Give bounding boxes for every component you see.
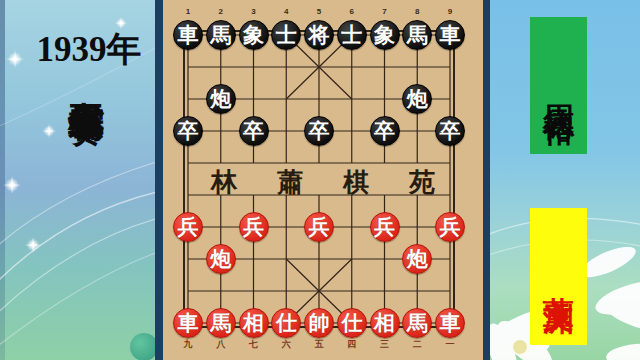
red-piece-炮-7-1[interactable]: 炮 (206, 244, 236, 274)
board-point (434, 147, 467, 179)
board-point (368, 275, 401, 307)
board-point (270, 243, 303, 275)
piece-grid: 車馬象士将士象馬車炮炮卒卒卒卒卒兵兵兵兵兵炮炮車馬相仕帥仕相馬車 (172, 19, 467, 339)
board-point: 帥 (303, 307, 336, 339)
board-point (237, 275, 270, 307)
board-point: 馬 (204, 19, 237, 51)
event-name-title: 七省棋王争霸赛 (68, 72, 104, 334)
board-point (368, 83, 401, 115)
board-point: 兵 (303, 211, 336, 243)
file-label: 六 (270, 340, 303, 349)
board-point: 卒 (434, 115, 467, 147)
board-point: 卒 (237, 115, 270, 147)
board-point: 馬 (401, 19, 434, 51)
board-point (335, 243, 368, 275)
board-point: 象 (368, 19, 401, 51)
black-piece-卒-3-6[interactable]: 卒 (370, 116, 400, 146)
red-piece-馬-9-7[interactable]: 馬 (402, 308, 432, 338)
board-point: 馬 (204, 307, 237, 339)
file-label: 7 (368, 8, 401, 16)
file-label: 8 (401, 8, 434, 16)
board-point (204, 275, 237, 307)
board-point (172, 51, 205, 83)
file-label: 一 (434, 340, 467, 349)
black-piece-卒-3-2[interactable]: 卒 (239, 116, 269, 146)
board-point (303, 51, 336, 83)
board-point (204, 51, 237, 83)
board-point (401, 211, 434, 243)
board-point (303, 275, 336, 307)
black-piece-馬-0-1[interactable]: 馬 (206, 20, 236, 50)
black-piece-将-0-4[interactable]: 将 (304, 20, 334, 50)
black-piece-炮-2-1[interactable]: 炮 (206, 84, 236, 114)
event-year-title: 1939年 (26, 26, 152, 73)
board-point: 兵 (237, 211, 270, 243)
file-label: 2 (204, 8, 237, 16)
board-point (401, 179, 434, 211)
red-piece-仕-9-5[interactable]: 仕 (337, 308, 367, 338)
red-piece-相-9-6[interactable]: 相 (370, 308, 400, 338)
board-point (401, 115, 434, 147)
board-point (434, 51, 467, 83)
board-point (172, 147, 205, 179)
board-point: 卒 (368, 115, 401, 147)
board-point (303, 83, 336, 115)
black-piece-車-0-8[interactable]: 車 (435, 20, 465, 50)
black-piece-士-0-3[interactable]: 士 (271, 20, 301, 50)
red-piece-馬-9-1[interactable]: 馬 (206, 308, 236, 338)
board-point: 炮 (401, 83, 434, 115)
file-label: 5 (303, 8, 336, 16)
board-point (335, 275, 368, 307)
sparkle-icon (42, 124, 56, 138)
file-label: 二 (401, 340, 434, 349)
board-point: 士 (335, 19, 368, 51)
board-point (270, 211, 303, 243)
board-point (237, 243, 270, 275)
board-point (237, 147, 270, 179)
black-piece-士-0-5[interactable]: 士 (337, 20, 367, 50)
board-point: 相 (237, 307, 270, 339)
board-point (270, 179, 303, 211)
red-piece-車-9-0[interactable]: 車 (173, 308, 203, 338)
board-point (270, 147, 303, 179)
black-piece-卒-3-4[interactable]: 卒 (304, 116, 334, 146)
red-piece-兵-6-0[interactable]: 兵 (173, 212, 203, 242)
red-piece-兵-6-8[interactable]: 兵 (435, 212, 465, 242)
red-piece-仕-9-3[interactable]: 仕 (271, 308, 301, 338)
file-label: 9 (434, 8, 467, 16)
board-point: 馬 (401, 307, 434, 339)
black-piece-象-0-6[interactable]: 象 (370, 20, 400, 50)
board-point: 車 (172, 19, 205, 51)
board-point (368, 243, 401, 275)
player-name-black: 周德裕 (530, 17, 587, 154)
file-label: 6 (335, 8, 368, 16)
board-point (335, 147, 368, 179)
sparkle-icon (6, 50, 24, 68)
right-caption-panel: 周德裕 董文渊 (490, 0, 640, 360)
board-point (270, 51, 303, 83)
black-piece-卒-3-8[interactable]: 卒 (435, 116, 465, 146)
board-point: 車 (434, 307, 467, 339)
board-point (401, 147, 434, 179)
board-point (335, 211, 368, 243)
board-point (368, 179, 401, 211)
board-point (204, 147, 237, 179)
board-point: 兵 (172, 211, 205, 243)
board-point: 車 (172, 307, 205, 339)
red-piece-帥-9-4[interactable]: 帥 (304, 308, 334, 338)
board-point (237, 179, 270, 211)
board-point (303, 147, 336, 179)
board-point (401, 51, 434, 83)
board-point: 炮 (204, 243, 237, 275)
board-point (368, 147, 401, 179)
board-point (335, 179, 368, 211)
board-point (237, 83, 270, 115)
board-point: 兵 (368, 211, 401, 243)
board-point (335, 115, 368, 147)
sparkle-icon (3, 176, 21, 194)
board-point (335, 83, 368, 115)
board-point (204, 179, 237, 211)
sparkle-icon (25, 237, 41, 253)
red-piece-炮-7-7[interactable]: 炮 (402, 244, 432, 274)
board-point (335, 51, 368, 83)
red-piece-兵-6-2[interactable]: 兵 (239, 212, 269, 242)
board-point (434, 179, 467, 211)
red-piece-兵-6-6[interactable]: 兵 (370, 212, 400, 242)
board-point (303, 243, 336, 275)
board-point (237, 51, 270, 83)
player-name-red: 董文渊 (530, 208, 587, 345)
file-label: 八 (204, 340, 237, 349)
red-piece-相-9-2[interactable]: 相 (239, 308, 269, 338)
file-label: 七 (237, 340, 270, 349)
board-point: 士 (270, 19, 303, 51)
board-point: 相 (368, 307, 401, 339)
board-frame: 123456789 林蕭棋苑 車馬象士将士象馬車炮炮卒卒卒卒卒兵兵兵兵兵炮炮車馬… (155, 0, 490, 360)
file-label: 三 (368, 340, 401, 349)
board-point: 卒 (303, 115, 336, 147)
black-piece-車-0-0[interactable]: 車 (173, 20, 203, 50)
board-point: 車 (434, 19, 467, 51)
board-point: 兵 (434, 211, 467, 243)
top-file-labels: 123456789 (172, 8, 467, 16)
board-point (401, 275, 434, 307)
left-caption-panel: 1939年 七省棋王争霸赛 (0, 0, 155, 360)
file-label: 3 (237, 8, 270, 16)
file-label: 1 (172, 8, 205, 16)
file-label: 四 (335, 340, 368, 349)
black-piece-象-0-2[interactable]: 象 (239, 20, 269, 50)
black-piece-馬-0-7[interactable]: 馬 (402, 20, 432, 50)
board-point (270, 115, 303, 147)
board-point (172, 179, 205, 211)
board-point (172, 243, 205, 275)
board-point (270, 275, 303, 307)
red-piece-兵-6-4[interactable]: 兵 (304, 212, 334, 242)
board-point (303, 179, 336, 211)
black-piece-卒-3-0[interactable]: 卒 (173, 116, 203, 146)
board-point (270, 83, 303, 115)
board-point (434, 83, 467, 115)
leaf-decoration (130, 333, 158, 360)
xiangqi-board: 123456789 林蕭棋苑 車馬象士将士象馬車炮炮卒卒卒卒卒兵兵兵兵兵炮炮車馬… (163, 0, 483, 360)
video-frame: 1939年 七省棋王争霸赛 (0, 0, 640, 360)
board-point (368, 51, 401, 83)
board-point: 将 (303, 19, 336, 51)
board-point: 炮 (204, 83, 237, 115)
board-point (434, 275, 467, 307)
board-point (172, 275, 205, 307)
board-point (172, 83, 205, 115)
bottom-file-labels: 九八七六五四三二一 (172, 340, 467, 349)
board-point: 象 (237, 19, 270, 51)
black-piece-炮-2-7[interactable]: 炮 (402, 84, 432, 114)
board-point (204, 211, 237, 243)
file-label: 九 (172, 340, 205, 349)
board-point: 炮 (401, 243, 434, 275)
file-label: 五 (303, 340, 336, 349)
board-point: 仕 (270, 307, 303, 339)
board-point (204, 115, 237, 147)
board-point: 仕 (335, 307, 368, 339)
file-label: 4 (270, 8, 303, 16)
board-point: 卒 (172, 115, 205, 147)
board-point (434, 243, 467, 275)
red-piece-車-9-8[interactable]: 車 (435, 308, 465, 338)
